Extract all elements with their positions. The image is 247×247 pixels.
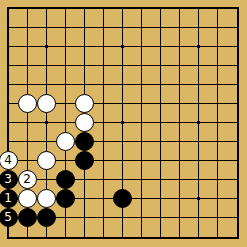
board-cell bbox=[123, 85, 142, 104]
board-cell bbox=[199, 180, 218, 199]
board-cell bbox=[180, 218, 199, 237]
board-cell bbox=[199, 199, 218, 218]
board-cell bbox=[180, 66, 199, 85]
board-cell bbox=[161, 199, 180, 218]
board-cell bbox=[161, 180, 180, 199]
board-cell bbox=[28, 9, 47, 28]
board-cell bbox=[218, 218, 237, 237]
board-cell bbox=[161, 28, 180, 47]
board-cell bbox=[28, 66, 47, 85]
board-cell bbox=[47, 66, 66, 85]
board-cell bbox=[142, 218, 161, 237]
board-cell bbox=[123, 104, 142, 123]
go-board-diagram: 43215 bbox=[0, 0, 247, 247]
board-cell bbox=[180, 85, 199, 104]
board-cell bbox=[104, 9, 123, 28]
board-cell bbox=[85, 180, 104, 199]
board-cell bbox=[9, 66, 28, 85]
board-cell bbox=[85, 9, 104, 28]
board-cell bbox=[161, 85, 180, 104]
board-cell bbox=[218, 47, 237, 66]
stone-black bbox=[75, 151, 94, 170]
board-cell bbox=[28, 123, 47, 142]
board-cell bbox=[104, 85, 123, 104]
board-cell bbox=[199, 9, 218, 28]
board-cell bbox=[161, 218, 180, 237]
board-cell bbox=[85, 199, 104, 218]
board-cell bbox=[123, 28, 142, 47]
board-cell bbox=[180, 47, 199, 66]
stone-black bbox=[75, 132, 94, 151]
board-cell bbox=[123, 47, 142, 66]
board-cell bbox=[199, 104, 218, 123]
board-cell bbox=[85, 66, 104, 85]
star-point bbox=[45, 45, 48, 48]
board-cell bbox=[218, 85, 237, 104]
board-cell bbox=[85, 47, 104, 66]
board-cell bbox=[9, 28, 28, 47]
board-cell bbox=[66, 66, 85, 85]
board-cell bbox=[66, 47, 85, 66]
board-cell bbox=[9, 123, 28, 142]
stone-white-move-2: 2 bbox=[18, 170, 37, 189]
board-cell bbox=[199, 123, 218, 142]
board-cell bbox=[199, 66, 218, 85]
move-number-label: 4 bbox=[4, 154, 12, 166]
stone-black bbox=[18, 208, 37, 227]
board-cell bbox=[142, 66, 161, 85]
board-cell bbox=[199, 28, 218, 47]
move-number-label: 1 bbox=[4, 192, 12, 204]
board-cell bbox=[161, 66, 180, 85]
stone-black bbox=[113, 189, 132, 208]
board-cell bbox=[218, 104, 237, 123]
board-cell bbox=[66, 218, 85, 237]
board-cell bbox=[47, 28, 66, 47]
board-cell bbox=[180, 161, 199, 180]
board-cell bbox=[142, 47, 161, 66]
stone-black bbox=[56, 170, 75, 189]
board-cell bbox=[142, 28, 161, 47]
board-cell bbox=[47, 47, 66, 66]
board-cell bbox=[104, 66, 123, 85]
board-cell bbox=[218, 161, 237, 180]
board-cell bbox=[9, 47, 28, 66]
star-point bbox=[121, 45, 124, 48]
board-cell bbox=[142, 142, 161, 161]
star-point bbox=[197, 121, 200, 124]
board-cell bbox=[161, 142, 180, 161]
stone-white bbox=[75, 113, 94, 132]
board-cell bbox=[142, 199, 161, 218]
stone-white-move-4: 4 bbox=[0, 151, 18, 170]
board-cell bbox=[180, 123, 199, 142]
board-cell bbox=[104, 47, 123, 66]
board-cell bbox=[104, 123, 123, 142]
board-cell bbox=[85, 218, 104, 237]
board-cell bbox=[142, 161, 161, 180]
board-cell bbox=[9, 9, 28, 28]
board-cell bbox=[161, 123, 180, 142]
board-cell bbox=[218, 180, 237, 199]
board-cell bbox=[180, 9, 199, 28]
stone-white bbox=[37, 189, 56, 208]
stone-white bbox=[37, 94, 56, 113]
stone-black-move-3: 3 bbox=[0, 170, 18, 189]
star-point bbox=[197, 45, 200, 48]
board-cell bbox=[199, 85, 218, 104]
stone-white bbox=[37, 151, 56, 170]
board-cell bbox=[180, 199, 199, 218]
stone-white bbox=[75, 94, 94, 113]
star-point bbox=[121, 121, 124, 124]
move-number-label: 2 bbox=[23, 173, 31, 185]
stone-black bbox=[37, 208, 56, 227]
board-cell bbox=[142, 104, 161, 123]
stone-black-move-1: 1 bbox=[0, 189, 18, 208]
board-cell bbox=[66, 28, 85, 47]
stone-white bbox=[18, 189, 37, 208]
board-cell bbox=[47, 9, 66, 28]
board-cell bbox=[123, 218, 142, 237]
board-cell bbox=[180, 142, 199, 161]
board-cell bbox=[161, 161, 180, 180]
board-cell bbox=[123, 161, 142, 180]
board-cell bbox=[161, 47, 180, 66]
board-cell bbox=[199, 47, 218, 66]
board-cell bbox=[123, 142, 142, 161]
board-cell bbox=[123, 66, 142, 85]
board-cell bbox=[104, 218, 123, 237]
move-number-label: 5 bbox=[4, 211, 12, 223]
board-cell bbox=[142, 9, 161, 28]
board-cell bbox=[218, 199, 237, 218]
board-cell bbox=[123, 123, 142, 142]
board-cell bbox=[142, 85, 161, 104]
board-cell bbox=[142, 180, 161, 199]
board-cell bbox=[104, 142, 123, 161]
board-cell bbox=[66, 9, 85, 28]
star-point bbox=[197, 197, 200, 200]
board-cell bbox=[199, 142, 218, 161]
board-cell bbox=[199, 161, 218, 180]
star-point bbox=[45, 121, 48, 124]
board-cell bbox=[218, 142, 237, 161]
stone-black-move-5: 5 bbox=[0, 208, 18, 227]
board-cell bbox=[218, 9, 237, 28]
board-cell bbox=[123, 9, 142, 28]
stone-black bbox=[56, 189, 75, 208]
board-cell bbox=[199, 218, 218, 237]
board-cell bbox=[218, 28, 237, 47]
board-cell bbox=[161, 9, 180, 28]
board-cell bbox=[161, 104, 180, 123]
stone-white bbox=[18, 94, 37, 113]
board-cell bbox=[28, 47, 47, 66]
stone-white bbox=[56, 132, 75, 151]
board-cell bbox=[142, 123, 161, 142]
board-cell bbox=[85, 28, 104, 47]
move-number-label: 3 bbox=[4, 173, 12, 185]
board-cell bbox=[104, 161, 123, 180]
board-cell bbox=[218, 66, 237, 85]
board-cell bbox=[218, 123, 237, 142]
